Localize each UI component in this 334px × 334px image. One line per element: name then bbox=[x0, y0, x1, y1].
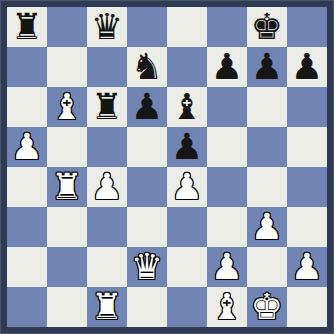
white-pawn-g3[interactable]: ♟ bbox=[247, 207, 287, 247]
square-a8[interactable]: ♜ bbox=[7, 7, 47, 47]
black-pawn-d6[interactable]: ♟ bbox=[127, 87, 167, 127]
square-e3[interactable] bbox=[167, 207, 207, 247]
black-rook-c6[interactable]: ♜ bbox=[87, 87, 127, 127]
square-f8[interactable] bbox=[207, 7, 247, 47]
white-pawn-c4[interactable]: ♟ bbox=[87, 167, 127, 207]
square-g6[interactable] bbox=[247, 87, 287, 127]
square-a3[interactable] bbox=[7, 207, 47, 247]
square-h6[interactable] bbox=[287, 87, 327, 127]
square-h8[interactable] bbox=[287, 7, 327, 47]
square-g2[interactable] bbox=[247, 247, 287, 287]
black-king-g8[interactable]: ♚ bbox=[247, 7, 287, 47]
square-b4[interactable]: ♜ bbox=[47, 167, 87, 207]
square-a5[interactable]: ♟ bbox=[7, 127, 47, 167]
white-queen-d2[interactable]: ♛ bbox=[127, 247, 167, 287]
black-pawn-e5[interactable]: ♟ bbox=[167, 127, 207, 167]
square-g4[interactable] bbox=[247, 167, 287, 207]
black-rook-a8[interactable]: ♜ bbox=[7, 7, 47, 47]
square-c7[interactable] bbox=[87, 47, 127, 87]
square-b1[interactable] bbox=[47, 287, 87, 327]
square-e4[interactable]: ♟ bbox=[167, 167, 207, 207]
square-c8[interactable]: ♛ bbox=[87, 7, 127, 47]
square-c6[interactable]: ♜ bbox=[87, 87, 127, 127]
square-d7[interactable]: ♞ bbox=[127, 47, 167, 87]
square-b7[interactable] bbox=[47, 47, 87, 87]
square-e6[interactable]: ♝ bbox=[167, 87, 207, 127]
square-h1[interactable] bbox=[287, 287, 327, 327]
white-pawn-e4[interactable]: ♟ bbox=[167, 167, 207, 207]
square-d5[interactable] bbox=[127, 127, 167, 167]
white-king-g1[interactable]: ♚ bbox=[247, 287, 287, 327]
square-b6[interactable]: ♝ bbox=[47, 87, 87, 127]
square-h4[interactable] bbox=[287, 167, 327, 207]
square-g8[interactable]: ♚ bbox=[247, 7, 287, 47]
square-d3[interactable] bbox=[127, 207, 167, 247]
square-d8[interactable] bbox=[127, 7, 167, 47]
white-bishop-b6[interactable]: ♝ bbox=[47, 87, 87, 127]
square-g7[interactable]: ♟ bbox=[247, 47, 287, 87]
square-b5[interactable] bbox=[47, 127, 87, 167]
square-h7[interactable]: ♟ bbox=[287, 47, 327, 87]
square-b8[interactable] bbox=[47, 7, 87, 47]
square-f6[interactable] bbox=[207, 87, 247, 127]
white-pawn-f2[interactable]: ♟ bbox=[207, 247, 247, 287]
square-f3[interactable] bbox=[207, 207, 247, 247]
square-d6[interactable]: ♟ bbox=[127, 87, 167, 127]
square-e1[interactable] bbox=[167, 287, 207, 327]
board-frame: ♜♛♚♞♟♟♟♝♜♟♝♟♟♜♟♟♟♛♟♟♜♝♚ bbox=[0, 0, 334, 334]
square-h3[interactable] bbox=[287, 207, 327, 247]
square-c4[interactable]: ♟ bbox=[87, 167, 127, 207]
square-e5[interactable]: ♟ bbox=[167, 127, 207, 167]
square-d4[interactable] bbox=[127, 167, 167, 207]
square-a1[interactable] bbox=[7, 287, 47, 327]
square-g5[interactable] bbox=[247, 127, 287, 167]
white-rook-c1[interactable]: ♜ bbox=[87, 287, 127, 327]
square-f7[interactable]: ♟ bbox=[207, 47, 247, 87]
white-pawn-h2[interactable]: ♟ bbox=[287, 247, 327, 287]
square-c3[interactable] bbox=[87, 207, 127, 247]
black-queen-c8[interactable]: ♛ bbox=[87, 7, 127, 47]
square-d2[interactable]: ♛ bbox=[127, 247, 167, 287]
chess-board: ♜♛♚♞♟♟♟♝♜♟♝♟♟♜♟♟♟♛♟♟♜♝♚ bbox=[7, 7, 327, 327]
square-g1[interactable]: ♚ bbox=[247, 287, 287, 327]
square-f1[interactable]: ♝ bbox=[207, 287, 247, 327]
black-pawn-g7[interactable]: ♟ bbox=[247, 47, 287, 87]
black-bishop-e6[interactable]: ♝ bbox=[167, 87, 207, 127]
white-pawn-a5[interactable]: ♟ bbox=[7, 127, 47, 167]
square-f2[interactable]: ♟ bbox=[207, 247, 247, 287]
square-g3[interactable]: ♟ bbox=[247, 207, 287, 247]
square-h2[interactable]: ♟ bbox=[287, 247, 327, 287]
black-pawn-f7[interactable]: ♟ bbox=[207, 47, 247, 87]
black-knight-d7[interactable]: ♞ bbox=[127, 47, 167, 87]
square-a4[interactable] bbox=[7, 167, 47, 207]
square-a6[interactable] bbox=[7, 87, 47, 127]
square-c1[interactable]: ♜ bbox=[87, 287, 127, 327]
square-e8[interactable] bbox=[167, 7, 207, 47]
square-h5[interactable] bbox=[287, 127, 327, 167]
white-bishop-f1[interactable]: ♝ bbox=[207, 287, 247, 327]
square-d1[interactable] bbox=[127, 287, 167, 327]
square-a7[interactable] bbox=[7, 47, 47, 87]
square-a2[interactable] bbox=[7, 247, 47, 287]
white-rook-b4[interactable]: ♜ bbox=[47, 167, 87, 207]
square-e7[interactable] bbox=[167, 47, 207, 87]
square-f4[interactable] bbox=[207, 167, 247, 207]
square-b3[interactable] bbox=[47, 207, 87, 247]
black-pawn-h7[interactable]: ♟ bbox=[287, 47, 327, 87]
square-f5[interactable] bbox=[207, 127, 247, 167]
square-e2[interactable] bbox=[167, 247, 207, 287]
square-c5[interactable] bbox=[87, 127, 127, 167]
square-c2[interactable] bbox=[87, 247, 127, 287]
square-b2[interactable] bbox=[47, 247, 87, 287]
